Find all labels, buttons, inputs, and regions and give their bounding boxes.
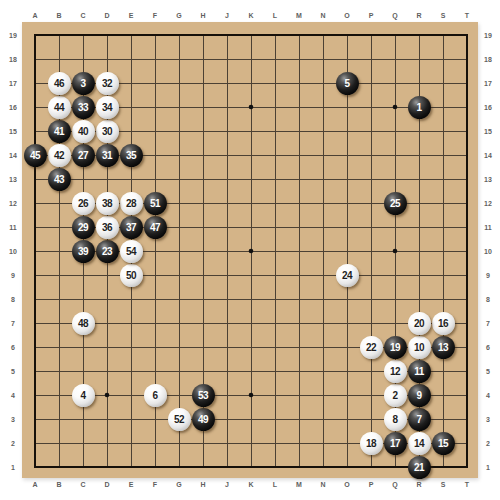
stone-move-number: 25 bbox=[390, 198, 400, 209]
stone-move-number: 16 bbox=[438, 318, 448, 329]
stone-move-number: 12 bbox=[390, 366, 400, 377]
row-label-2: 2 bbox=[11, 440, 15, 447]
stone-black-51[interactable]: 51 bbox=[144, 192, 167, 215]
stone-move-number: 8 bbox=[392, 414, 397, 425]
row-label-9: 9 bbox=[11, 272, 15, 279]
stone-white-38[interactable]: 38 bbox=[96, 192, 119, 215]
stone-move-number: 31 bbox=[102, 150, 112, 161]
stone-white-30[interactable]: 30 bbox=[96, 120, 119, 143]
row-label-19: 19 bbox=[9, 32, 17, 39]
stone-white-14[interactable]: 14 bbox=[408, 432, 431, 455]
stone-black-9[interactable]: 9 bbox=[408, 384, 431, 407]
stone-move-number: 22 bbox=[366, 342, 376, 353]
stone-white-40[interactable]: 40 bbox=[72, 120, 95, 143]
stone-white-18[interactable]: 18 bbox=[360, 432, 383, 455]
stone-move-number: 45 bbox=[30, 150, 40, 161]
row-label-12: 12 bbox=[484, 200, 492, 207]
stone-move-number: 9 bbox=[416, 390, 421, 401]
stone-black-7[interactable]: 7 bbox=[408, 408, 431, 431]
stone-move-number: 46 bbox=[54, 78, 64, 89]
column-label-E: E bbox=[129, 481, 134, 488]
column-label-J: J bbox=[225, 12, 229, 19]
stone-move-number: 19 bbox=[390, 342, 400, 353]
stone-white-50[interactable]: 50 bbox=[120, 264, 143, 287]
stone-move-number: 13 bbox=[438, 342, 448, 353]
column-label-H: H bbox=[200, 481, 205, 488]
column-label-D: D bbox=[104, 12, 109, 19]
star-point bbox=[249, 249, 254, 254]
stone-move-number: 27 bbox=[78, 150, 88, 161]
stone-move-number: 54 bbox=[126, 246, 136, 257]
row-label-8: 8 bbox=[11, 296, 15, 303]
stone-white-4[interactable]: 4 bbox=[72, 384, 95, 407]
row-label-4: 4 bbox=[486, 392, 490, 399]
stone-move-number: 7 bbox=[416, 414, 421, 425]
stone-move-number: 43 bbox=[54, 174, 64, 185]
stone-black-3[interactable]: 3 bbox=[72, 72, 95, 95]
stone-move-number: 21 bbox=[414, 462, 424, 473]
stone-white-42[interactable]: 42 bbox=[48, 144, 71, 167]
column-label-O: O bbox=[344, 12, 349, 19]
column-label-B: B bbox=[56, 12, 61, 19]
column-label-P: P bbox=[369, 12, 374, 19]
stone-black-13[interactable]: 13 bbox=[432, 336, 455, 359]
row-label-18: 18 bbox=[484, 56, 492, 63]
stone-move-number: 44 bbox=[54, 102, 64, 113]
stone-black-41[interactable]: 41 bbox=[48, 120, 71, 143]
stone-move-number: 10 bbox=[414, 342, 424, 353]
star-point bbox=[249, 105, 254, 110]
stone-black-49[interactable]: 49 bbox=[192, 408, 215, 431]
column-label-C: C bbox=[80, 12, 85, 19]
row-label-16: 16 bbox=[484, 104, 492, 111]
column-label-F: F bbox=[153, 12, 157, 19]
stone-white-12[interactable]: 12 bbox=[384, 360, 407, 383]
stone-white-22[interactable]: 22 bbox=[360, 336, 383, 359]
row-label-14: 14 bbox=[484, 152, 492, 159]
stone-black-21[interactable]: 21 bbox=[408, 456, 431, 479]
stone-move-number: 47 bbox=[150, 222, 160, 233]
stone-black-45[interactable]: 45 bbox=[24, 144, 47, 167]
row-label-9: 9 bbox=[486, 272, 490, 279]
stone-move-number: 49 bbox=[198, 414, 208, 425]
column-label-R: R bbox=[416, 12, 421, 19]
stone-black-33[interactable]: 33 bbox=[72, 96, 95, 119]
stone-move-number: 20 bbox=[414, 318, 424, 329]
row-label-11: 11 bbox=[9, 224, 16, 231]
stone-move-number: 17 bbox=[390, 438, 400, 449]
stone-white-46[interactable]: 46 bbox=[48, 72, 71, 95]
column-label-L: L bbox=[273, 481, 277, 488]
stone-black-43[interactable]: 43 bbox=[48, 168, 71, 191]
go-board[interactable]: 1234567891011121314151617181920212223242… bbox=[22, 22, 478, 478]
row-label-1: 1 bbox=[486, 464, 490, 471]
stone-white-54[interactable]: 54 bbox=[120, 240, 143, 263]
stone-white-8[interactable]: 8 bbox=[384, 408, 407, 431]
stone-move-number: 26 bbox=[78, 198, 88, 209]
stone-black-19[interactable]: 19 bbox=[384, 336, 407, 359]
stone-black-11[interactable]: 11 bbox=[408, 360, 431, 383]
stone-black-5[interactable]: 5 bbox=[336, 72, 359, 95]
row-label-4: 4 bbox=[11, 392, 15, 399]
row-label-7: 7 bbox=[11, 320, 15, 327]
stone-white-6[interactable]: 6 bbox=[144, 384, 167, 407]
stone-move-number: 38 bbox=[102, 198, 112, 209]
stone-black-39[interactable]: 39 bbox=[72, 240, 95, 263]
column-label-H: H bbox=[200, 12, 205, 19]
row-label-11: 11 bbox=[484, 224, 491, 231]
stone-white-16[interactable]: 16 bbox=[432, 312, 455, 335]
stone-black-23[interactable]: 23 bbox=[96, 240, 119, 263]
row-label-10: 10 bbox=[9, 248, 17, 255]
stone-move-number: 1 bbox=[416, 102, 421, 113]
stone-move-number: 52 bbox=[174, 414, 184, 425]
column-label-K: K bbox=[248, 12, 253, 19]
stone-white-20[interactable]: 20 bbox=[408, 312, 431, 335]
column-label-O: O bbox=[344, 481, 349, 488]
column-label-N: N bbox=[320, 481, 325, 488]
row-label-17: 17 bbox=[484, 80, 492, 87]
column-label-P: P bbox=[369, 481, 374, 488]
stone-move-number: 24 bbox=[342, 270, 352, 281]
stone-white-36[interactable]: 36 bbox=[96, 216, 119, 239]
stone-black-37[interactable]: 37 bbox=[120, 216, 143, 239]
stone-move-number: 28 bbox=[126, 198, 136, 209]
row-label-6: 6 bbox=[11, 344, 15, 351]
stone-move-number: 30 bbox=[102, 126, 112, 137]
column-label-M: M bbox=[296, 12, 302, 19]
row-label-10: 10 bbox=[484, 248, 492, 255]
column-label-L: L bbox=[273, 12, 277, 19]
kifu-diagram-page: ABCDEFGHJKLMNOPQRST ABCDEFGHJKLMNOPQRST … bbox=[0, 0, 500, 500]
column-label-S: S bbox=[441, 12, 446, 19]
stone-white-44[interactable]: 44 bbox=[48, 96, 71, 119]
stone-white-52[interactable]: 52 bbox=[168, 408, 191, 431]
stone-move-number: 42 bbox=[54, 150, 64, 161]
stone-white-10[interactable]: 10 bbox=[408, 336, 431, 359]
stone-black-53[interactable]: 53 bbox=[192, 384, 215, 407]
star-point bbox=[105, 393, 110, 398]
column-label-Q: Q bbox=[392, 12, 397, 19]
column-label-R: R bbox=[416, 481, 421, 488]
row-label-5: 5 bbox=[486, 368, 490, 375]
row-label-15: 15 bbox=[484, 128, 492, 135]
stone-move-number: 39 bbox=[78, 246, 88, 257]
star-point bbox=[393, 105, 398, 110]
column-label-K: K bbox=[248, 481, 253, 488]
stone-black-29[interactable]: 29 bbox=[72, 216, 95, 239]
stone-white-32[interactable]: 32 bbox=[96, 72, 119, 95]
stone-move-number: 5 bbox=[344, 78, 349, 89]
stone-move-number: 23 bbox=[102, 246, 112, 257]
row-label-3: 3 bbox=[486, 416, 490, 423]
column-label-M: M bbox=[296, 481, 302, 488]
stone-black-27[interactable]: 27 bbox=[72, 144, 95, 167]
row-label-6: 6 bbox=[486, 344, 490, 351]
stone-move-number: 40 bbox=[78, 126, 88, 137]
row-label-12: 12 bbox=[9, 200, 17, 207]
column-label-G: G bbox=[176, 481, 181, 488]
column-label-A: A bbox=[32, 12, 37, 19]
stone-move-number: 50 bbox=[126, 270, 136, 281]
stone-move-number: 34 bbox=[102, 102, 112, 113]
stone-black-25[interactable]: 25 bbox=[384, 192, 407, 215]
stone-black-15[interactable]: 15 bbox=[432, 432, 455, 455]
column-label-A: A bbox=[32, 481, 37, 488]
star-point bbox=[393, 249, 398, 254]
column-label-C: C bbox=[80, 481, 85, 488]
stone-move-number: 36 bbox=[102, 222, 112, 233]
column-label-S: S bbox=[441, 481, 446, 488]
row-label-7: 7 bbox=[486, 320, 490, 327]
stone-move-number: 37 bbox=[126, 222, 136, 233]
stone-white-34[interactable]: 34 bbox=[96, 96, 119, 119]
stone-move-number: 18 bbox=[366, 438, 376, 449]
stone-black-47[interactable]: 47 bbox=[144, 216, 167, 239]
column-label-J: J bbox=[225, 481, 229, 488]
stone-move-number: 35 bbox=[126, 150, 136, 161]
stone-black-31[interactable]: 31 bbox=[96, 144, 119, 167]
stone-move-number: 41 bbox=[54, 126, 64, 137]
column-label-E: E bbox=[129, 12, 134, 19]
stone-move-number: 6 bbox=[152, 390, 157, 401]
stone-move-number: 4 bbox=[80, 390, 85, 401]
row-label-19: 19 bbox=[484, 32, 492, 39]
column-label-F: F bbox=[153, 481, 157, 488]
star-point bbox=[249, 393, 254, 398]
row-label-15: 15 bbox=[9, 128, 17, 135]
stone-move-number: 3 bbox=[80, 78, 85, 89]
stone-move-number: 29 bbox=[78, 222, 88, 233]
stone-black-17[interactable]: 17 bbox=[384, 432, 407, 455]
stone-white-2[interactable]: 2 bbox=[384, 384, 407, 407]
row-label-14: 14 bbox=[9, 152, 17, 159]
row-label-3: 3 bbox=[11, 416, 15, 423]
row-label-18: 18 bbox=[9, 56, 17, 63]
stone-black-35[interactable]: 35 bbox=[120, 144, 143, 167]
row-label-1: 1 bbox=[11, 464, 15, 471]
stone-move-number: 14 bbox=[414, 438, 424, 449]
stone-move-number: 2 bbox=[392, 390, 397, 401]
row-label-13: 13 bbox=[9, 176, 17, 183]
stone-white-48[interactable]: 48 bbox=[72, 312, 95, 335]
stone-black-1[interactable]: 1 bbox=[408, 96, 431, 119]
row-label-13: 13 bbox=[484, 176, 492, 183]
column-label-B: B bbox=[56, 481, 61, 488]
stone-move-number: 51 bbox=[150, 198, 160, 209]
row-label-17: 17 bbox=[9, 80, 17, 87]
column-label-D: D bbox=[104, 481, 109, 488]
row-label-16: 16 bbox=[9, 104, 17, 111]
row-label-5: 5 bbox=[11, 368, 15, 375]
stone-white-24[interactable]: 24 bbox=[336, 264, 359, 287]
column-label-Q: Q bbox=[392, 481, 397, 488]
stone-move-number: 33 bbox=[78, 102, 88, 113]
stone-white-28[interactable]: 28 bbox=[120, 192, 143, 215]
row-label-2: 2 bbox=[486, 440, 490, 447]
stone-move-number: 32 bbox=[102, 78, 112, 89]
stone-white-26[interactable]: 26 bbox=[72, 192, 95, 215]
column-label-T: T bbox=[465, 12, 469, 19]
stone-move-number: 15 bbox=[438, 438, 448, 449]
column-label-N: N bbox=[320, 12, 325, 19]
column-label-T: T bbox=[465, 481, 469, 488]
stone-move-number: 48 bbox=[78, 318, 88, 329]
stone-move-number: 53 bbox=[198, 390, 208, 401]
row-label-8: 8 bbox=[486, 296, 490, 303]
stone-move-number: 11 bbox=[414, 366, 424, 377]
column-label-G: G bbox=[176, 12, 181, 19]
